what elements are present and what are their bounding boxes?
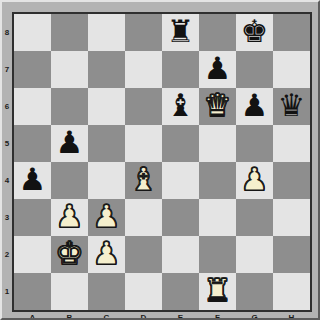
square-b5[interactable]: ♟ <box>51 125 88 162</box>
square-d3[interactable] <box>125 199 162 236</box>
square-a8[interactable] <box>14 14 51 51</box>
square-d6[interactable] <box>125 88 162 125</box>
square-f3[interactable] <box>199 199 236 236</box>
piece-black-pawn-a4[interactable]: ♟ <box>19 164 47 195</box>
piece-black-king-g8[interactable]: ♚ <box>241 16 269 47</box>
square-b3[interactable]: ♟ <box>51 199 88 236</box>
square-h1[interactable] <box>273 273 310 310</box>
square-d7[interactable] <box>125 51 162 88</box>
file-labels: ABCDEFGH <box>14 312 310 320</box>
square-e7[interactable] <box>162 51 199 88</box>
rank-label-5: 5 <box>2 125 12 162</box>
square-b4[interactable] <box>51 162 88 199</box>
rank-label-8: 8 <box>2 14 12 51</box>
square-f7[interactable]: ♟ <box>199 51 236 88</box>
file-label-e: E <box>162 312 199 320</box>
square-c7[interactable] <box>88 51 125 88</box>
square-h3[interactable] <box>273 199 310 236</box>
piece-black-pawn-f7[interactable]: ♟ <box>204 53 232 84</box>
square-d4[interactable]: ♝ <box>125 162 162 199</box>
square-f2[interactable] <box>199 236 236 273</box>
piece-black-pawn-b5[interactable]: ♟ <box>56 127 84 158</box>
square-e5[interactable] <box>162 125 199 162</box>
square-g5[interactable] <box>236 125 273 162</box>
rank-label-3: 3 <box>2 199 12 236</box>
square-g4[interactable]: ♟ <box>236 162 273 199</box>
rank-label-2: 2 <box>2 236 12 273</box>
square-a7[interactable] <box>14 51 51 88</box>
square-b6[interactable] <box>51 88 88 125</box>
piece-white-pawn-c3[interactable]: ♟ <box>93 201 121 232</box>
square-g1[interactable] <box>236 273 273 310</box>
square-d2[interactable] <box>125 236 162 273</box>
square-h2[interactable] <box>273 236 310 273</box>
square-b1[interactable] <box>51 273 88 310</box>
square-h7[interactable] <box>273 51 310 88</box>
piece-black-pawn-g6[interactable]: ♟ <box>241 90 269 121</box>
piece-black-bishop-e6[interactable]: ♝ <box>167 90 195 121</box>
piece-white-king-b2[interactable]: ♚ <box>56 238 84 269</box>
square-f8[interactable] <box>199 14 236 51</box>
rank-label-6: 6 <box>2 88 12 125</box>
file-label-h: H <box>273 312 310 320</box>
piece-white-rook-f1[interactable]: ♜ <box>204 275 232 306</box>
square-c4[interactable] <box>88 162 125 199</box>
square-d1[interactable] <box>125 273 162 310</box>
square-g8[interactable]: ♚ <box>236 14 273 51</box>
piece-white-pawn-c2[interactable]: ♟ <box>93 238 121 269</box>
file-label-g: G <box>236 312 273 320</box>
file-label-a: A <box>14 312 51 320</box>
square-a4[interactable]: ♟ <box>14 162 51 199</box>
rank-label-4: 4 <box>2 162 12 199</box>
square-e8[interactable]: ♜ <box>162 14 199 51</box>
square-h5[interactable] <box>273 125 310 162</box>
square-f4[interactable] <box>199 162 236 199</box>
piece-white-pawn-g4[interactable]: ♟ <box>241 164 269 195</box>
square-e2[interactable] <box>162 236 199 273</box>
square-h4[interactable] <box>273 162 310 199</box>
square-e1[interactable] <box>162 273 199 310</box>
square-h6[interactable]: ♛ <box>273 88 310 125</box>
square-h8[interactable] <box>273 14 310 51</box>
square-f1[interactable]: ♜ <box>199 273 236 310</box>
square-b2[interactable]: ♚ <box>51 236 88 273</box>
square-g7[interactable] <box>236 51 273 88</box>
piece-white-bishop-d4[interactable]: ♝ <box>130 164 158 195</box>
square-c2[interactable]: ♟ <box>88 236 125 273</box>
square-e3[interactable] <box>162 199 199 236</box>
square-a5[interactable] <box>14 125 51 162</box>
rank-labels: 87654321 <box>2 14 12 310</box>
square-b7[interactable] <box>51 51 88 88</box>
file-label-b: B <box>51 312 88 320</box>
board-frame: 87654321 ♜♚♟♝♛♟♛♟♟♝♟♟♟♚♟♜ ABCDEFGH <box>0 0 320 320</box>
square-b8[interactable] <box>51 14 88 51</box>
file-label-d: D <box>125 312 162 320</box>
square-c3[interactable]: ♟ <box>88 199 125 236</box>
chess-board: ♜♚♟♝♛♟♛♟♟♝♟♟♟♚♟♜ <box>12 12 312 312</box>
square-f6[interactable]: ♛ <box>199 88 236 125</box>
square-g3[interactable] <box>236 199 273 236</box>
square-d5[interactable] <box>125 125 162 162</box>
square-e6[interactable]: ♝ <box>162 88 199 125</box>
piece-black-queen-h6[interactable]: ♛ <box>278 90 306 121</box>
square-g2[interactable] <box>236 236 273 273</box>
file-label-c: C <box>88 312 125 320</box>
square-a2[interactable] <box>14 236 51 273</box>
square-a3[interactable] <box>14 199 51 236</box>
square-f5[interactable] <box>199 125 236 162</box>
square-g6[interactable]: ♟ <box>236 88 273 125</box>
square-e4[interactable] <box>162 162 199 199</box>
square-c1[interactable] <box>88 273 125 310</box>
rank-label-1: 1 <box>2 273 12 310</box>
square-d8[interactable] <box>125 14 162 51</box>
square-a1[interactable] <box>14 273 51 310</box>
square-c5[interactable] <box>88 125 125 162</box>
square-a6[interactable] <box>14 88 51 125</box>
piece-white-queen-f6[interactable]: ♛ <box>204 90 232 121</box>
rank-label-7: 7 <box>2 51 12 88</box>
square-c8[interactable] <box>88 14 125 51</box>
file-label-f: F <box>199 312 236 320</box>
piece-black-rook-e8[interactable]: ♜ <box>167 16 195 47</box>
piece-white-pawn-b3[interactable]: ♟ <box>56 201 84 232</box>
square-c6[interactable] <box>88 88 125 125</box>
